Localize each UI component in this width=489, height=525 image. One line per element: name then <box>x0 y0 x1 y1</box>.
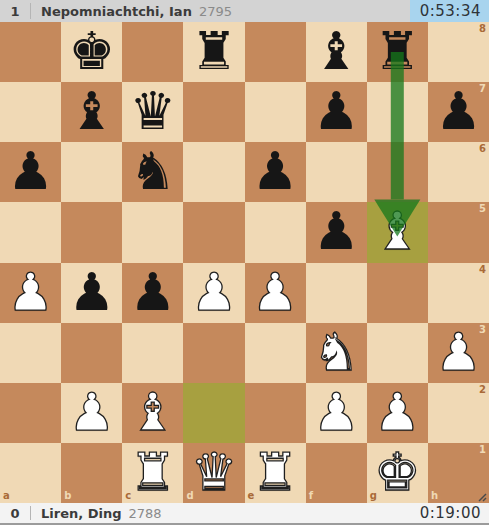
square-e7[interactable] <box>245 82 306 142</box>
piece-white-pawn[interactable]: ♟ <box>68 386 115 438</box>
square-h5[interactable]: 5 <box>428 202 489 262</box>
piece-white-pawn[interactable]: ♟ <box>313 386 360 438</box>
square-d5[interactable] <box>183 202 244 262</box>
square-a5[interactable] <box>0 202 61 262</box>
rank-label-1: 1 <box>479 445 486 455</box>
top-player-score: 1 <box>0 0 30 22</box>
bottom-player-bar: 0 Liren, Ding 2788 0:19:00 <box>0 503 489 525</box>
bottom-player-name: Liren, Ding <box>31 503 122 523</box>
square-f6[interactable] <box>306 142 367 202</box>
square-a4[interactable]: ♟ <box>0 263 61 323</box>
square-c6[interactable]: ♞ <box>122 142 183 202</box>
square-a8[interactable] <box>0 22 61 82</box>
square-f3[interactable]: ♞ <box>306 323 367 383</box>
square-d1[interactable]: ♛d <box>183 443 244 503</box>
square-e6[interactable]: ♟ <box>245 142 306 202</box>
square-d8[interactable]: ♜ <box>183 22 244 82</box>
bar-spacer <box>232 0 410 22</box>
file-label-b: b <box>64 491 71 501</box>
resize-grip-icon[interactable] <box>475 490 487 502</box>
square-b1[interactable]: b <box>61 443 122 503</box>
bottom-player-score: 0 <box>0 503 30 523</box>
square-b5[interactable] <box>61 202 122 262</box>
piece-white-bishop[interactable]: ♝ <box>130 386 177 438</box>
piece-white-rook[interactable]: ♜ <box>252 446 299 498</box>
square-d7[interactable] <box>183 82 244 142</box>
piece-black-knight[interactable]: ♞ <box>130 145 177 197</box>
square-e4[interactable]: ♟ <box>245 263 306 323</box>
square-d4[interactable]: ♟ <box>183 263 244 323</box>
piece-white-pawn[interactable]: ♟ <box>374 386 421 438</box>
square-c8[interactable] <box>122 22 183 82</box>
file-label-c: c <box>125 491 131 501</box>
square-a3[interactable] <box>0 323 61 383</box>
square-c1[interactable]: ♜c <box>122 443 183 503</box>
piece-white-king[interactable]: ♚ <box>374 446 421 498</box>
square-g5[interactable]: ♝ <box>367 202 428 262</box>
file-label-h: h <box>431 491 438 501</box>
piece-white-rook[interactable]: ♜ <box>130 446 177 498</box>
piece-black-queen[interactable]: ♛ <box>130 85 177 137</box>
top-player-rating: 2795 <box>192 0 232 22</box>
square-f7[interactable]: ♟ <box>306 82 367 142</box>
square-c3[interactable] <box>122 323 183 383</box>
square-c2[interactable]: ♝ <box>122 383 183 443</box>
square-b8[interactable]: ♚ <box>61 22 122 82</box>
piece-black-bishop[interactable]: ♝ <box>68 85 115 137</box>
piece-black-pawn[interactable]: ♟ <box>68 266 115 318</box>
square-a2[interactable] <box>0 383 61 443</box>
top-player-clock: 0:53:34 <box>410 0 489 22</box>
bar-spacer <box>162 503 410 523</box>
square-h3[interactable]: ♟3 <box>428 323 489 383</box>
top-player-name: Nepomniachtchi, Ian <box>31 0 192 22</box>
file-label-f: f <box>309 491 313 501</box>
piece-white-pawn[interactable]: ♟ <box>435 326 482 378</box>
square-h6[interactable]: 6 <box>428 142 489 202</box>
square-a6[interactable]: ♟ <box>0 142 61 202</box>
piece-white-knight[interactable]: ♞ <box>313 326 360 378</box>
rank-label-3: 3 <box>479 325 486 335</box>
square-f4[interactable] <box>306 263 367 323</box>
piece-white-pawn[interactable]: ♟ <box>7 266 54 318</box>
file-label-d: d <box>186 491 193 501</box>
square-c7[interactable]: ♛ <box>122 82 183 142</box>
square-b4[interactable]: ♟ <box>61 263 122 323</box>
piece-white-bishop[interactable]: ♝ <box>374 205 421 257</box>
piece-black-rook[interactable]: ♜ <box>191 25 238 77</box>
square-f1[interactable]: f <box>306 443 367 503</box>
square-h7[interactable]: ♟7 <box>428 82 489 142</box>
square-g1[interactable]: ♚g <box>367 443 428 503</box>
rank-label-4: 4 <box>479 265 486 275</box>
rank-label-7: 7 <box>479 84 486 94</box>
square-g6[interactable] <box>367 142 428 202</box>
file-label-g: g <box>370 491 377 501</box>
square-f2[interactable]: ♟ <box>306 383 367 443</box>
piece-black-pawn[interactable]: ♟ <box>313 85 360 137</box>
square-a7[interactable] <box>0 82 61 142</box>
square-e8[interactable] <box>245 22 306 82</box>
square-h8[interactable]: 8 <box>428 22 489 82</box>
piece-black-bishop[interactable]: ♝ <box>313 25 360 77</box>
square-d3[interactable] <box>183 323 244 383</box>
square-g2[interactable]: ♟ <box>367 383 428 443</box>
bottom-player-clock: 0:19:00 <box>410 503 489 523</box>
piece-black-pawn[interactable]: ♟ <box>435 85 482 137</box>
square-g3[interactable] <box>367 323 428 383</box>
square-g4[interactable] <box>367 263 428 323</box>
square-b6[interactable] <box>61 142 122 202</box>
square-g8[interactable]: ♜ <box>367 22 428 82</box>
piece-black-king[interactable]: ♚ <box>68 25 115 77</box>
square-e3[interactable] <box>245 323 306 383</box>
square-d2[interactable] <box>183 383 244 443</box>
square-h2[interactable]: 2 <box>428 383 489 443</box>
chess-game-window: 1 Nepomniachtchi, Ian 2795 0:53:34 ♚♜♝♜8… <box>0 0 489 525</box>
rank-label-2: 2 <box>479 385 486 395</box>
file-label-a: a <box>3 491 10 501</box>
piece-black-rook[interactable]: ♜ <box>374 25 421 77</box>
piece-white-pawn[interactable]: ♟ <box>191 266 238 318</box>
piece-black-pawn[interactable]: ♟ <box>130 266 177 318</box>
square-a1[interactable]: a <box>0 443 61 503</box>
square-c4[interactable]: ♟ <box>122 263 183 323</box>
piece-white-pawn[interactable]: ♟ <box>252 266 299 318</box>
file-label-e: e <box>248 491 255 501</box>
piece-black-pawn[interactable]: ♟ <box>7 145 54 197</box>
square-c5[interactable] <box>122 202 183 262</box>
piece-white-queen[interactable]: ♛ <box>191 446 238 498</box>
square-h4[interactable]: 4 <box>428 263 489 323</box>
chess-board: ♚♜♝♜8♝♛♟♟7♟♞♟6♟♝5♟♟♟♟♟4♞♟3♟♝♟♟2ab♜c♛d♜ef… <box>0 22 489 503</box>
square-f5[interactable]: ♟ <box>306 202 367 262</box>
rank-label-5: 5 <box>479 204 486 214</box>
rank-label-8: 8 <box>479 24 486 34</box>
square-e1[interactable]: ♜e <box>245 443 306 503</box>
square-b7[interactable]: ♝ <box>61 82 122 142</box>
piece-black-pawn[interactable]: ♟ <box>252 145 299 197</box>
rank-label-6: 6 <box>479 144 486 154</box>
board-grid: ♚♜♝♜8♝♛♟♟7♟♞♟6♟♝5♟♟♟♟♟4♞♟3♟♝♟♟2ab♜c♛d♜ef… <box>0 22 489 503</box>
bottom-player-rating: 2788 <box>122 503 162 523</box>
square-e5[interactable] <box>245 202 306 262</box>
square-e2[interactable] <box>245 383 306 443</box>
square-b3[interactable] <box>61 323 122 383</box>
piece-black-pawn[interactable]: ♟ <box>313 205 360 257</box>
square-b2[interactable]: ♟ <box>61 383 122 443</box>
square-g7[interactable] <box>367 82 428 142</box>
square-f8[interactable]: ♝ <box>306 22 367 82</box>
top-player-bar: 1 Nepomniachtchi, Ian 2795 0:53:34 <box>0 0 489 22</box>
square-d6[interactable] <box>183 142 244 202</box>
